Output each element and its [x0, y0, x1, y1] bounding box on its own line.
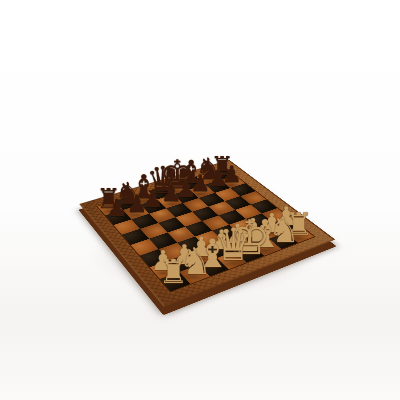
board-square[interactable] — [122, 229, 149, 245]
piece-black-pawn[interactable]: ♟ — [106, 198, 127, 222]
piece-black-pawn[interactable]: ♟ — [161, 182, 182, 205]
piece-black-pawn[interactable]: ♟ — [126, 192, 147, 216]
product-photo-scene: ♜♞♝♛♚♝♞♜♟♟♟♟♟♟♟♟♟♟♟♟♟♟♟♟♜♞♝♛♚♝♞♜ — [0, 0, 400, 400]
piece-white-rook[interactable]: ♜ — [159, 254, 189, 287]
piece-black-pawn[interactable]: ♟ — [208, 168, 229, 191]
board-square[interactable] — [140, 223, 167, 239]
